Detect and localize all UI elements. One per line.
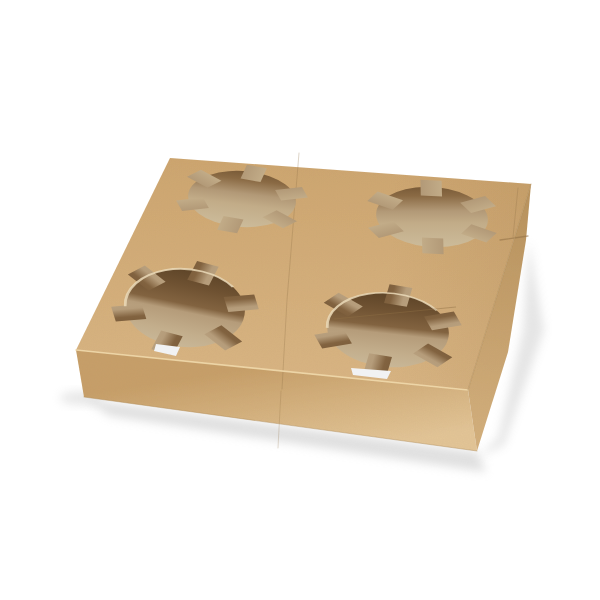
cup-carrier-illustration [0, 0, 600, 600]
product-photo [0, 0, 600, 600]
